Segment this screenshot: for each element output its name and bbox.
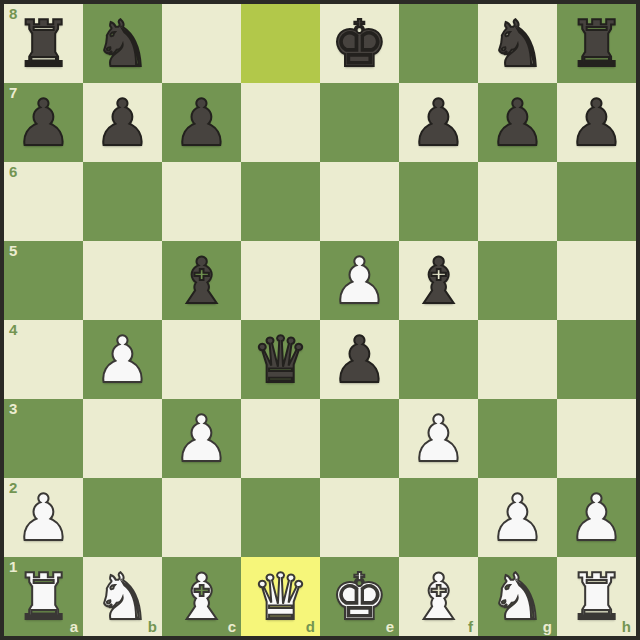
- square-f5[interactable]: ♝: [399, 241, 478, 320]
- piece-white-pawn[interactable]: ♟: [557, 478, 636, 557]
- square-h7[interactable]: ♟: [557, 83, 636, 162]
- square-d7[interactable]: [241, 83, 320, 162]
- square-b4[interactable]: ♟: [83, 320, 162, 399]
- square-c4[interactable]: [162, 320, 241, 399]
- square-e6[interactable]: [320, 162, 399, 241]
- piece-black-pawn[interactable]: ♟: [557, 83, 636, 162]
- square-g7[interactable]: ♟: [478, 83, 557, 162]
- square-a2[interactable]: 2♟: [4, 478, 83, 557]
- piece-white-bishop[interactable]: ♝: [162, 557, 241, 636]
- piece-white-pawn[interactable]: ♟: [162, 399, 241, 478]
- piece-black-pawn[interactable]: ♟: [4, 83, 83, 162]
- piece-black-bishop[interactable]: ♝: [399, 241, 478, 320]
- square-b5[interactable]: [83, 241, 162, 320]
- piece-white-knight[interactable]: ♞: [478, 557, 557, 636]
- piece-white-king[interactable]: ♚: [320, 557, 399, 636]
- square-g1[interactable]: g♞: [478, 557, 557, 636]
- square-c3[interactable]: ♟: [162, 399, 241, 478]
- piece-white-pawn[interactable]: ♟: [83, 320, 162, 399]
- square-h2[interactable]: ♟: [557, 478, 636, 557]
- square-c2[interactable]: [162, 478, 241, 557]
- square-b8[interactable]: ♞: [83, 4, 162, 83]
- piece-white-knight[interactable]: ♞: [83, 557, 162, 636]
- piece-black-rook[interactable]: ♜: [4, 4, 83, 83]
- piece-white-rook[interactable]: ♜: [557, 557, 636, 636]
- piece-black-pawn[interactable]: ♟: [399, 83, 478, 162]
- square-b7[interactable]: ♟: [83, 83, 162, 162]
- piece-black-pawn[interactable]: ♟: [320, 320, 399, 399]
- square-b6[interactable]: [83, 162, 162, 241]
- square-g2[interactable]: ♟: [478, 478, 557, 557]
- square-d8[interactable]: [241, 4, 320, 83]
- piece-black-rook[interactable]: ♜: [557, 4, 636, 83]
- piece-white-pawn[interactable]: ♟: [320, 241, 399, 320]
- piece-black-queen[interactable]: ♛: [241, 320, 320, 399]
- square-d3[interactable]: [241, 399, 320, 478]
- square-a5[interactable]: 5: [4, 241, 83, 320]
- square-b3[interactable]: [83, 399, 162, 478]
- piece-white-pawn[interactable]: ♟: [399, 399, 478, 478]
- piece-white-rook[interactable]: ♜: [4, 557, 83, 636]
- piece-black-pawn[interactable]: ♟: [162, 83, 241, 162]
- square-d2[interactable]: [241, 478, 320, 557]
- square-e3[interactable]: [320, 399, 399, 478]
- square-a4[interactable]: 4: [4, 320, 83, 399]
- square-b2[interactable]: [83, 478, 162, 557]
- square-g3[interactable]: [478, 399, 557, 478]
- piece-black-bishop[interactable]: ♝: [162, 241, 241, 320]
- square-a1[interactable]: 1a♜: [4, 557, 83, 636]
- square-a7[interactable]: 7♟: [4, 83, 83, 162]
- square-d4[interactable]: ♛: [241, 320, 320, 399]
- square-g8[interactable]: ♞: [478, 4, 557, 83]
- piece-white-pawn[interactable]: ♟: [4, 478, 83, 557]
- square-c5[interactable]: ♝: [162, 241, 241, 320]
- square-c8[interactable]: [162, 4, 241, 83]
- piece-black-king[interactable]: ♚: [320, 4, 399, 83]
- square-h4[interactable]: [557, 320, 636, 399]
- square-e1[interactable]: e♚: [320, 557, 399, 636]
- square-g6[interactable]: [478, 162, 557, 241]
- square-h6[interactable]: [557, 162, 636, 241]
- square-c1[interactable]: c♝: [162, 557, 241, 636]
- square-g4[interactable]: [478, 320, 557, 399]
- square-b1[interactable]: b♞: [83, 557, 162, 636]
- rank-label-6: 6: [9, 164, 17, 181]
- piece-white-queen[interactable]: ♛: [241, 557, 320, 636]
- square-d6[interactable]: [241, 162, 320, 241]
- square-c7[interactable]: ♟: [162, 83, 241, 162]
- square-e4[interactable]: ♟: [320, 320, 399, 399]
- square-e5[interactable]: ♟: [320, 241, 399, 320]
- square-h8[interactable]: ♜: [557, 4, 636, 83]
- square-f6[interactable]: [399, 162, 478, 241]
- piece-black-knight[interactable]: ♞: [83, 4, 162, 83]
- square-f2[interactable]: [399, 478, 478, 557]
- square-a6[interactable]: 6: [4, 162, 83, 241]
- square-a8[interactable]: 8♜: [4, 4, 83, 83]
- square-d5[interactable]: [241, 241, 320, 320]
- square-c6[interactable]: [162, 162, 241, 241]
- square-f1[interactable]: f♝: [399, 557, 478, 636]
- square-h3[interactable]: [557, 399, 636, 478]
- square-f3[interactable]: ♟: [399, 399, 478, 478]
- square-e8[interactable]: ♚: [320, 4, 399, 83]
- square-f7[interactable]: ♟: [399, 83, 478, 162]
- piece-white-pawn[interactable]: ♟: [478, 478, 557, 557]
- rank-label-3: 3: [9, 401, 17, 418]
- piece-black-pawn[interactable]: ♟: [83, 83, 162, 162]
- board-frame: 8♜♞♚♞♜7♟♟♟♟♟♟65♝♟♝4♟♛♟3♟♟2♟♟♟1a♜b♞c♝d♛e♚…: [0, 0, 640, 640]
- piece-black-pawn[interactable]: ♟: [478, 83, 557, 162]
- square-f8[interactable]: [399, 4, 478, 83]
- square-f4[interactable]: [399, 320, 478, 399]
- chess-board: 8♜♞♚♞♜7♟♟♟♟♟♟65♝♟♝4♟♛♟3♟♟2♟♟♟1a♜b♞c♝d♛e♚…: [4, 4, 636, 636]
- square-d1[interactable]: d♛: [241, 557, 320, 636]
- piece-white-bishop[interactable]: ♝: [399, 557, 478, 636]
- square-a3[interactable]: 3: [4, 399, 83, 478]
- square-g5[interactable]: [478, 241, 557, 320]
- square-e7[interactable]: [320, 83, 399, 162]
- square-h1[interactable]: h♜: [557, 557, 636, 636]
- rank-label-4: 4: [9, 322, 17, 339]
- rank-label-5: 5: [9, 243, 17, 260]
- square-h5[interactable]: [557, 241, 636, 320]
- piece-black-knight[interactable]: ♞: [478, 4, 557, 83]
- square-e2[interactable]: [320, 478, 399, 557]
